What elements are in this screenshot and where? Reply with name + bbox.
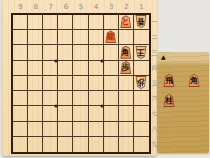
piece-body: 角 xyxy=(189,75,199,86)
square-2-4[interactable]: 歩 xyxy=(119,61,134,76)
square-6-3[interactable] xyxy=(58,45,73,60)
square-4-8[interactable] xyxy=(89,122,104,137)
square-1-5[interactable]: 歩 xyxy=(134,76,149,91)
square-4-7[interactable] xyxy=(89,106,104,121)
board-piece-pawn-2-4[interactable]: 歩 xyxy=(120,61,132,74)
square-3-2[interactable]: 龍 xyxy=(104,30,119,45)
piece-kanji: 龍 xyxy=(107,32,115,42)
square-5-6[interactable] xyxy=(73,91,88,106)
file-label-8: 8 xyxy=(28,2,43,13)
hoshi-dot xyxy=(55,59,58,62)
square-7-8[interactable] xyxy=(43,122,58,137)
square-6-7[interactable] xyxy=(58,106,73,121)
square-1-6[interactable] xyxy=(134,91,149,106)
piece-kanji: 桂 xyxy=(165,96,173,106)
hoshi-dot xyxy=(55,105,58,108)
square-1-1[interactable]: 香 xyxy=(134,15,149,30)
piece-kanji: 香 xyxy=(137,16,145,26)
rank-label-1: 一 xyxy=(150,15,159,30)
square-8-6[interactable] xyxy=(28,91,43,106)
piece-kanji: 角 xyxy=(122,48,130,58)
square-4-2[interactable] xyxy=(89,30,104,45)
square-6-4[interactable] xyxy=(58,61,73,76)
square-5-9[interactable] xyxy=(73,137,88,152)
square-2-6[interactable] xyxy=(119,91,134,106)
file-label-5: 5 xyxy=(73,2,88,13)
square-2-1[interactable]: と xyxy=(119,15,134,30)
square-6-8[interactable] xyxy=(58,122,73,137)
piece-kanji: 歩 xyxy=(122,63,130,73)
square-8-2[interactable] xyxy=(28,30,43,45)
square-5-1[interactable] xyxy=(73,15,88,30)
square-5-5[interactable] xyxy=(73,76,88,91)
square-1-8[interactable] xyxy=(134,122,149,137)
hoshi-dot xyxy=(100,105,103,108)
piece-body: 飛 xyxy=(164,75,174,86)
square-3-8[interactable] xyxy=(104,122,119,137)
square-4-1[interactable] xyxy=(89,15,104,30)
square-8-4[interactable] xyxy=(28,61,43,76)
square-2-2[interactable] xyxy=(119,30,134,45)
hand-pieces: 飛角桂 xyxy=(163,74,205,108)
file-label-9: 9 xyxy=(13,2,28,13)
piece-body: 桂 xyxy=(164,95,174,106)
board-piece-pawn-1-5[interactable]: 歩 xyxy=(135,76,147,89)
piece-body: 角 xyxy=(121,47,131,58)
square-1-2[interactable] xyxy=(134,30,149,45)
board-piece-king-1-3[interactable]: 王 xyxy=(135,46,147,59)
piece-body: 香 xyxy=(136,16,146,27)
square-9-9[interactable] xyxy=(13,137,28,152)
hand-piece-rook[interactable]: 飛 xyxy=(163,74,175,87)
square-8-8[interactable] xyxy=(28,122,43,137)
file-label-7: 7 xyxy=(43,2,58,13)
square-3-5[interactable] xyxy=(104,76,119,91)
square-9-5[interactable] xyxy=(13,76,28,91)
file-label-2: 2 xyxy=(119,2,134,13)
square-9-4[interactable] xyxy=(13,61,28,76)
square-8-5[interactable] xyxy=(28,76,43,91)
board-grid: と香龍角王歩歩 xyxy=(11,13,151,154)
piece-body: 歩 xyxy=(121,62,131,73)
square-9-6[interactable] xyxy=(13,91,28,106)
square-7-5[interactable] xyxy=(43,76,58,91)
square-6-9[interactable] xyxy=(58,137,73,152)
square-2-8[interactable] xyxy=(119,122,134,137)
square-7-4[interactable] xyxy=(43,61,58,76)
square-9-7[interactable] xyxy=(13,106,28,121)
square-1-9[interactable] xyxy=(134,137,149,152)
tsume-shogi-diagram: 987654321 と香龍角王歩歩 一二三四五六七八九 ▲ 飛角桂 xyxy=(0,0,210,158)
piece-kanji: 歩 xyxy=(137,77,145,87)
square-6-1[interactable] xyxy=(58,15,73,30)
square-7-7[interactable] xyxy=(43,106,58,121)
piece-kanji: 飛 xyxy=(165,76,173,86)
hand-piece-bishop[interactable]: 角 xyxy=(188,74,200,87)
file-label-6: 6 xyxy=(58,2,73,13)
file-labels: 987654321 xyxy=(13,2,149,13)
square-7-9[interactable] xyxy=(43,137,58,152)
square-5-8[interactable] xyxy=(73,122,88,137)
file-label-4: 4 xyxy=(89,2,104,13)
square-3-7[interactable] xyxy=(104,106,119,121)
square-3-3[interactable] xyxy=(104,45,119,60)
square-6-6[interactable] xyxy=(58,91,73,106)
piece-body: と xyxy=(121,16,131,27)
square-9-1[interactable] xyxy=(13,15,28,30)
board-piece-dragon-3-2[interactable]: 龍 xyxy=(105,30,117,43)
square-1-3[interactable]: 王 xyxy=(134,45,149,60)
square-2-9[interactable] xyxy=(119,137,134,152)
file-label-1: 1 xyxy=(134,2,149,13)
hoshi-dot xyxy=(100,59,103,62)
square-2-7[interactable] xyxy=(119,106,134,121)
file-label-3: 3 xyxy=(104,2,119,13)
rank-label-2: 二 xyxy=(150,30,159,45)
piece-body: 龍 xyxy=(106,31,116,42)
hand-piece-knight[interactable]: 桂 xyxy=(163,94,175,107)
square-7-1[interactable] xyxy=(43,15,58,30)
square-3-9[interactable] xyxy=(104,137,119,152)
square-4-5[interactable] xyxy=(89,76,104,91)
board-piece-tokin-2-1[interactable]: と xyxy=(120,15,132,28)
square-1-4[interactable] xyxy=(134,61,149,76)
square-3-1[interactable] xyxy=(104,15,119,30)
square-5-2[interactable] xyxy=(73,30,88,45)
square-4-4[interactable] xyxy=(89,61,104,76)
square-4-9[interactable] xyxy=(89,137,104,152)
square-3-6[interactable] xyxy=(104,91,119,106)
square-8-7[interactable] xyxy=(28,106,43,121)
square-1-7[interactable] xyxy=(134,106,149,121)
square-2-3[interactable]: 角 xyxy=(119,45,134,60)
sente-hand-tray: ▲ 飛角桂 xyxy=(157,52,209,153)
square-5-7[interactable] xyxy=(73,106,88,121)
piece-body: 歩 xyxy=(136,77,146,88)
square-6-2[interactable] xyxy=(58,30,73,45)
square-9-3[interactable] xyxy=(13,45,28,60)
board-piece-bishop-2-3[interactable]: 角 xyxy=(120,46,132,59)
square-9-8[interactable] xyxy=(13,122,28,137)
sente-marker: ▲ xyxy=(161,53,166,61)
square-2-5[interactable] xyxy=(119,76,134,91)
board-piece-lance-1-1[interactable]: 香 xyxy=(135,15,147,28)
square-6-5[interactable] xyxy=(58,76,73,91)
square-9-2[interactable] xyxy=(13,30,28,45)
piece-body: 王 xyxy=(136,47,146,58)
square-5-3[interactable] xyxy=(73,45,88,60)
square-8-1[interactable] xyxy=(28,15,43,30)
square-3-4[interactable] xyxy=(104,61,119,76)
piece-kanji: 王 xyxy=(137,47,145,57)
square-7-2[interactable] xyxy=(43,30,58,45)
square-8-3[interactable] xyxy=(28,45,43,60)
piece-kanji: と xyxy=(122,17,130,27)
piece-kanji: 角 xyxy=(190,76,198,86)
shogi-board: 987654321 と香龍角王歩歩 一二三四五六七八九 xyxy=(2,0,157,156)
square-8-9[interactable] xyxy=(28,137,43,152)
square-5-4[interactable] xyxy=(73,61,88,76)
